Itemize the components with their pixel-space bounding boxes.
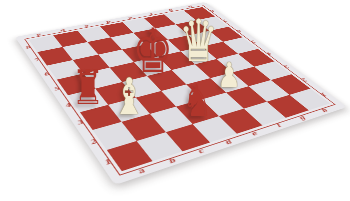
piece-red-knight[interactable]: ♞ <box>157 78 237 123</box>
chessboard-product-photo: abcdefgh abcdefgh 87654321 87654321 ♛♚♟♜… <box>0 0 350 201</box>
pieces-layer: ♛♚♟♜♝♞ <box>0 0 350 201</box>
